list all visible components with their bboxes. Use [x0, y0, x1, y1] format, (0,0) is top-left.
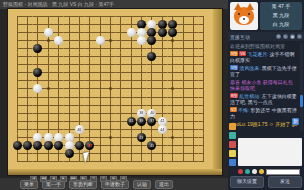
board-cell[interactable]	[147, 36, 157, 44]
board-cell[interactable]	[33, 53, 43, 61]
board-cell[interactable]	[53, 36, 63, 44]
chat-username[interactable]: 飞花逐月:	[247, 51, 268, 57]
board-cell[interactable]	[168, 93, 178, 101]
board-cell[interactable]	[105, 44, 115, 52]
board-cell[interactable]	[74, 53, 84, 61]
nav-button[interactable]: ◀	[50, 176, 57, 182]
board-cell[interactable]	[168, 134, 178, 142]
board-cell[interactable]	[126, 12, 136, 20]
board-cell[interactable]	[43, 77, 53, 85]
board-cell[interactable]	[178, 53, 188, 61]
board-cell[interactable]	[95, 117, 105, 125]
board-cell[interactable]	[105, 150, 115, 158]
board-cell[interactable]	[116, 20, 126, 28]
board-cell[interactable]	[168, 101, 178, 109]
board-cell[interactable]	[168, 125, 178, 133]
board-cell[interactable]	[85, 85, 95, 93]
board-cell[interactable]	[95, 125, 105, 133]
board-cell[interactable]	[178, 85, 188, 93]
sticker-icon[interactable]	[229, 150, 236, 157]
board-cell[interactable]	[126, 125, 136, 133]
board-cell[interactable]	[95, 85, 105, 93]
go-board[interactable]: 3840413937424644434745	[8, 9, 222, 175]
board-cell[interactable]	[74, 101, 84, 109]
board-cell[interactable]	[168, 150, 178, 158]
chat-scrollbar[interactable]	[300, 43, 303, 131]
board-cell[interactable]	[12, 53, 22, 61]
board-cell[interactable]	[199, 12, 209, 20]
board-cell[interactable]	[105, 142, 115, 150]
board-cell[interactable]	[157, 12, 167, 20]
board-cell[interactable]	[12, 28, 22, 36]
board-cell[interactable]	[188, 36, 198, 44]
board-cell[interactable]	[85, 20, 95, 28]
board-cell[interactable]	[12, 12, 22, 20]
board-cell[interactable]	[178, 109, 188, 117]
board-cell[interactable]	[53, 69, 63, 77]
nav-button[interactable]: |◀	[30, 176, 37, 182]
board-cell[interactable]	[33, 20, 43, 28]
nav-button[interactable]: ▶▶	[70, 176, 77, 182]
board-cell[interactable]	[95, 44, 105, 52]
board-cell[interactable]	[168, 36, 178, 44]
board-cell[interactable]	[43, 53, 53, 61]
emoji-icon[interactable]	[245, 169, 250, 174]
board-cell[interactable]	[43, 142, 53, 150]
board-cell[interactable]	[85, 125, 95, 133]
board-cell[interactable]	[12, 20, 22, 28]
board-cell[interactable]	[157, 142, 167, 150]
board-cell[interactable]	[188, 158, 198, 166]
board-cell[interactable]	[74, 69, 84, 77]
board-cell[interactable]	[126, 134, 136, 142]
board-cell[interactable]	[157, 20, 167, 28]
board-cell[interactable]	[199, 61, 209, 69]
board-cell[interactable]	[53, 20, 63, 28]
board-cell[interactable]: 44	[157, 125, 167, 133]
board-cell[interactable]	[116, 53, 126, 61]
board-cell[interactable]	[12, 109, 22, 117]
board-cell[interactable]	[136, 69, 146, 77]
board-cell[interactable]	[126, 85, 136, 93]
board-cell[interactable]	[199, 134, 209, 142]
board-cell[interactable]	[116, 28, 126, 36]
board-cell[interactable]	[74, 109, 84, 117]
board-cell[interactable]	[43, 20, 53, 28]
send-button[interactable]: 发送	[268, 176, 302, 188]
board-cell[interactable]	[12, 61, 22, 69]
board-cell[interactable]	[64, 150, 74, 158]
board-cell[interactable]	[43, 85, 53, 93]
board-cell[interactable]	[43, 28, 53, 36]
board-cell[interactable]	[188, 85, 198, 93]
board-cell[interactable]	[95, 36, 105, 44]
board-cell[interactable]	[85, 101, 95, 109]
board-cell[interactable]	[136, 36, 146, 44]
board-cell[interactable]	[136, 93, 146, 101]
board-cell[interactable]	[188, 28, 198, 36]
board-cell[interactable]	[22, 85, 32, 93]
emoji-icon[interactable]	[259, 169, 264, 174]
board-cell[interactable]	[43, 44, 53, 52]
board-cell[interactable]: 47	[85, 142, 95, 150]
goban-grid[interactable]: 3840413937424644434745	[12, 12, 209, 166]
board-cell[interactable]	[33, 158, 43, 166]
board-cell[interactable]	[64, 20, 74, 28]
toolbar-button[interactable]: 退出	[155, 180, 173, 189]
board-cell[interactable]	[157, 85, 167, 93]
board-cell[interactable]	[85, 44, 95, 52]
board-cell[interactable]: 46	[74, 125, 84, 133]
board-cell[interactable]	[157, 53, 167, 61]
board-cell[interactable]	[53, 117, 63, 125]
board-cell[interactable]	[64, 12, 74, 20]
chat-compose-area[interactable]	[238, 138, 302, 166]
board-cell[interactable]	[126, 61, 136, 69]
chat-scrollbar-thumb[interactable]	[300, 95, 303, 107]
board-cell[interactable]	[116, 150, 126, 158]
board-cell[interactable]	[199, 77, 209, 85]
board-cell[interactable]	[74, 20, 84, 28]
board-cell[interactable]	[199, 20, 209, 28]
board-cell[interactable]	[105, 61, 115, 69]
board-cell[interactable]	[199, 125, 209, 133]
board-cell[interactable]	[116, 44, 126, 52]
board-cell[interactable]	[95, 150, 105, 158]
board-cell[interactable]	[168, 117, 178, 125]
board-cell[interactable]	[64, 109, 74, 117]
board-cell[interactable]	[178, 36, 188, 44]
new-message-badge[interactable]: 新	[292, 118, 299, 125]
board-cell[interactable]	[199, 109, 209, 117]
board-cell[interactable]	[157, 150, 167, 158]
board-cell[interactable]	[157, 134, 167, 142]
board-cell[interactable]	[136, 61, 146, 69]
board-cell[interactable]	[116, 36, 126, 44]
board-cell[interactable]	[12, 101, 22, 109]
board-cell[interactable]	[199, 101, 209, 109]
board-cell[interactable]	[12, 93, 22, 101]
board-cell[interactable]	[12, 117, 22, 125]
board-cell[interactable]	[136, 142, 146, 150]
board-cell[interactable]	[147, 69, 157, 77]
board-cell[interactable]	[64, 44, 74, 52]
toolbar-button[interactable]: 认输	[133, 180, 151, 189]
board-cell[interactable]	[188, 53, 198, 61]
board-cell[interactable]	[12, 150, 22, 158]
chat-text-input[interactable]	[266, 169, 300, 175]
board-cell[interactable]	[157, 158, 167, 166]
board-cell[interactable]	[95, 142, 105, 150]
board-cell[interactable]	[178, 12, 188, 20]
board-cell[interactable]	[168, 44, 178, 52]
board-cell[interactable]	[136, 150, 146, 158]
board-cell[interactable]	[95, 69, 105, 77]
board-cell[interactable]	[105, 77, 115, 85]
board-cell[interactable]	[22, 125, 32, 133]
board-cell[interactable]	[188, 61, 198, 69]
board-cell[interactable]	[95, 101, 105, 109]
board-cell[interactable]	[126, 44, 136, 52]
board-cell[interactable]	[74, 28, 84, 36]
board-cell[interactable]	[85, 28, 95, 36]
board-cell[interactable]	[168, 142, 178, 150]
board-cell[interactable]	[43, 69, 53, 77]
board-cell[interactable]	[178, 117, 188, 125]
board-cell[interactable]	[157, 61, 167, 69]
board-cell[interactable]	[168, 61, 178, 69]
board-cell[interactable]	[178, 77, 188, 85]
board-cell[interactable]	[95, 53, 105, 61]
board-cell[interactable]	[157, 101, 167, 109]
board-cell[interactable]	[43, 61, 53, 69]
tab-live-chat[interactable]: 直播互动	[230, 34, 276, 40]
board-cell[interactable]	[64, 85, 74, 93]
board-cell[interactable]	[168, 53, 178, 61]
board-cell[interactable]	[105, 109, 115, 117]
board-cell[interactable]	[188, 20, 198, 28]
emoji-icon[interactable]	[238, 169, 243, 174]
board-cell[interactable]	[178, 142, 188, 150]
board-cell[interactable]	[188, 150, 198, 158]
board-cell[interactable]	[157, 28, 167, 36]
nav-button[interactable]: ⟳	[100, 176, 107, 182]
board-cell[interactable]	[43, 150, 53, 158]
board-cell[interactable]	[178, 101, 188, 109]
board-cell[interactable]	[22, 28, 32, 36]
board-cell[interactable]	[126, 28, 136, 36]
board-cell[interactable]	[95, 109, 105, 117]
board-cell[interactable]	[74, 142, 84, 150]
board-cell[interactable]	[199, 53, 209, 61]
board-cell[interactable]	[168, 20, 178, 28]
chat-username[interactable]: 不悔:	[238, 107, 249, 113]
board-cell[interactable]	[116, 85, 126, 93]
board-cell[interactable]	[199, 44, 209, 52]
board-cell[interactable]	[199, 36, 209, 44]
board-cell[interactable]	[33, 101, 43, 109]
board-cell[interactable]	[43, 158, 53, 166]
board-cell[interactable]	[22, 53, 32, 61]
board-cell[interactable]	[53, 93, 63, 101]
board-cell[interactable]	[126, 53, 136, 61]
board-cell[interactable]	[157, 36, 167, 44]
board-cell[interactable]	[188, 69, 198, 77]
board-cell[interactable]	[147, 93, 157, 101]
board-cell[interactable]	[74, 85, 84, 93]
board-cell[interactable]	[147, 53, 157, 61]
board-cell[interactable]	[126, 101, 136, 109]
gear-icon[interactable]: ⚙	[276, 34, 281, 39]
board-cell[interactable]	[95, 20, 105, 28]
board-cell[interactable]	[188, 12, 198, 20]
board-cell[interactable]	[157, 69, 167, 77]
board-cell[interactable]	[74, 77, 84, 85]
board-cell[interactable]	[74, 44, 84, 52]
board-cell[interactable]	[199, 28, 209, 36]
board-cell[interactable]	[12, 125, 22, 133]
board-cell[interactable]	[116, 61, 126, 69]
board-cell[interactable]	[136, 77, 146, 85]
board-cell[interactable]	[188, 101, 198, 109]
chat-settings-button[interactable]: 聊天设置	[230, 176, 264, 188]
board-cell[interactable]	[43, 12, 53, 20]
board-cell[interactable]	[95, 93, 105, 101]
board-cell[interactable]	[199, 142, 209, 150]
board-cell[interactable]	[157, 93, 167, 101]
board-cell[interactable]	[116, 142, 126, 150]
board-cell[interactable]	[147, 150, 157, 158]
board-cell[interactable]	[85, 77, 95, 85]
board-cell[interactable]	[178, 20, 188, 28]
board-cell[interactable]	[64, 36, 74, 44]
board-cell[interactable]: 43	[136, 134, 146, 142]
board-cell[interactable]	[33, 85, 43, 93]
board-cell[interactable]	[178, 44, 188, 52]
board-cell[interactable]	[22, 12, 32, 20]
board-cell[interactable]	[85, 36, 95, 44]
board-cell[interactable]	[178, 93, 188, 101]
board-cell[interactable]	[126, 142, 136, 150]
board-cell[interactable]	[116, 125, 126, 133]
board-cell[interactable]	[53, 101, 63, 109]
board-cell[interactable]	[12, 69, 22, 77]
board-cell[interactable]	[22, 93, 32, 101]
board-cell[interactable]	[53, 12, 63, 20]
board-cell[interactable]	[53, 150, 63, 158]
board-cell[interactable]	[33, 28, 43, 36]
board-cell[interactable]	[188, 134, 198, 142]
board-cell[interactable]	[116, 93, 126, 101]
board-cell[interactable]	[22, 44, 32, 52]
board-cell[interactable]	[74, 61, 84, 69]
board-cell[interactable]	[168, 28, 178, 36]
sticker-icon[interactable]	[229, 159, 236, 166]
emoji-icon[interactable]	[252, 169, 257, 174]
board-cell[interactable]	[105, 28, 115, 36]
board-cell[interactable]	[105, 36, 115, 44]
nav-button[interactable]: ▶	[60, 176, 67, 182]
board-cell[interactable]	[147, 61, 157, 69]
board-cell[interactable]	[33, 142, 43, 150]
board-cell[interactable]	[188, 44, 198, 52]
close-icon[interactable]: ✕	[297, 34, 302, 39]
board-cell[interactable]	[95, 12, 105, 20]
board-cell[interactable]	[116, 158, 126, 166]
board-cell[interactable]	[74, 36, 84, 44]
board-cell[interactable]	[12, 85, 22, 93]
board-cell[interactable]	[136, 53, 146, 61]
board-cell[interactable]	[105, 93, 115, 101]
board-cell[interactable]	[22, 158, 32, 166]
board-cell[interactable]	[188, 93, 198, 101]
board-cell[interactable]	[105, 53, 115, 61]
board-cell[interactable]	[188, 125, 198, 133]
board-cell[interactable]	[53, 77, 63, 85]
board-cell[interactable]	[188, 109, 198, 117]
board-cell[interactable]	[43, 117, 53, 125]
board-cell[interactable]	[53, 53, 63, 61]
board-cell[interactable]	[199, 69, 209, 77]
board-cell[interactable]	[74, 93, 84, 101]
nav-button[interactable]: ◀◀	[40, 176, 47, 182]
nav-button[interactable]: ▤	[120, 176, 127, 182]
board-cell[interactable]	[199, 158, 209, 166]
board-cell[interactable]	[105, 69, 115, 77]
sticker-icon[interactable]	[229, 141, 236, 148]
board-cell[interactable]	[126, 158, 136, 166]
board-cell[interactable]	[126, 69, 136, 77]
chat-message-list[interactable]: 欢迎来到野狐围棋对局室9段V6飞花逐月:这手不错啊 白棋厚实5段清风徐来:黑棋下…	[230, 43, 299, 131]
board-cell[interactable]	[64, 77, 74, 85]
nav-button[interactable]: ▶|	[80, 176, 87, 182]
nav-button[interactable]: ⟲	[90, 176, 97, 182]
board-cell[interactable]	[199, 85, 209, 93]
board-cell[interactable]	[168, 158, 178, 166]
board-cell[interactable]	[43, 109, 53, 117]
board-cell[interactable]	[105, 85, 115, 93]
board-cell[interactable]	[64, 69, 74, 77]
board-cell[interactable]	[43, 93, 53, 101]
board-cell[interactable]	[105, 134, 115, 142]
board-cell[interactable]	[136, 12, 146, 20]
board-cell[interactable]	[74, 158, 84, 166]
board-cell[interactable]	[12, 142, 22, 150]
board-cell[interactable]: 39	[136, 117, 146, 125]
board-cell[interactable]	[64, 53, 74, 61]
board-cell[interactable]	[147, 20, 157, 28]
board-cell[interactable]	[53, 85, 63, 93]
board-cell[interactable]	[178, 158, 188, 166]
board-cell[interactable]	[168, 69, 178, 77]
board-cell[interactable]	[64, 117, 74, 125]
board-cell[interactable]	[85, 53, 95, 61]
board-cell[interactable]	[147, 158, 157, 166]
board-cell[interactable]	[136, 158, 146, 166]
board-cell[interactable]	[147, 77, 157, 85]
board-cell[interactable]	[33, 150, 43, 158]
board-cell[interactable]	[168, 77, 178, 85]
board-cell[interactable]	[105, 117, 115, 125]
board-cell[interactable]	[95, 134, 105, 142]
board-cell[interactable]	[178, 134, 188, 142]
board-cell[interactable]	[199, 150, 209, 158]
board-cell[interactable]	[64, 61, 74, 69]
board-cell[interactable]	[105, 101, 115, 109]
board-cell[interactable]	[188, 117, 198, 125]
board-cell[interactable]	[199, 93, 209, 101]
board-cell[interactable]	[105, 20, 115, 28]
board-cell[interactable]	[116, 12, 126, 20]
board-cell[interactable]	[126, 150, 136, 158]
board-cell[interactable]	[136, 44, 146, 52]
sticker-icon[interactable]	[229, 132, 236, 139]
board-cell[interactable]	[116, 109, 126, 117]
board-cell[interactable]	[64, 158, 74, 166]
board-cell[interactable]	[22, 142, 32, 150]
board-cell[interactable]	[53, 61, 63, 69]
board-cell[interactable]	[33, 12, 43, 20]
board-cell[interactable]	[22, 150, 32, 158]
board-cell[interactable]	[105, 158, 115, 166]
board-cell[interactable]	[85, 117, 95, 125]
board-cell[interactable]	[178, 69, 188, 77]
board-cell[interactable]	[33, 117, 43, 125]
refresh-icon[interactable]: ↻	[283, 34, 288, 39]
board-cell[interactable]	[33, 69, 43, 77]
board-cell[interactable]	[136, 85, 146, 93]
board-cell[interactable]	[74, 12, 84, 20]
